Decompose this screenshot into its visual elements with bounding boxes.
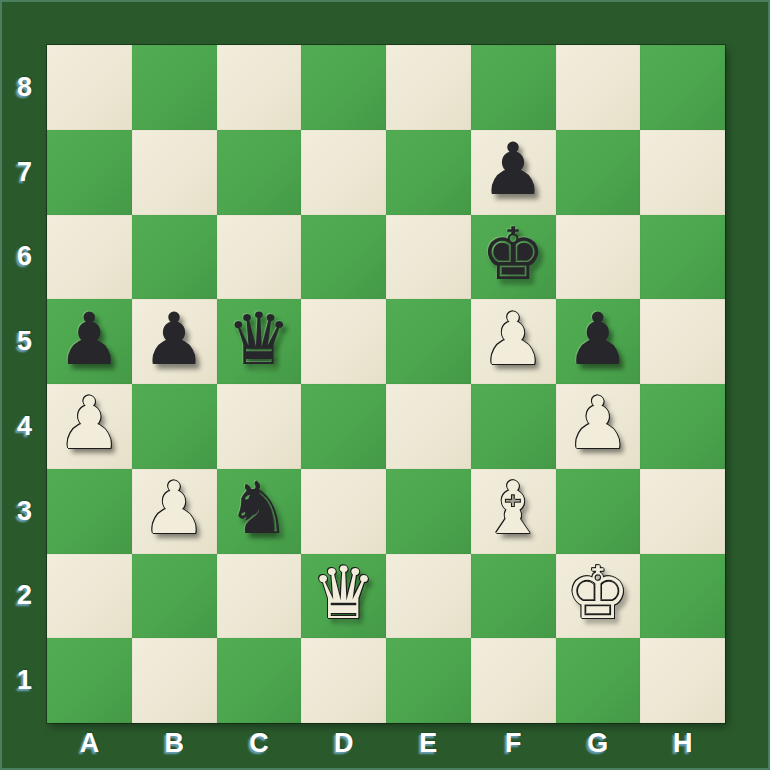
rank-label-4: 4 [2,384,47,469]
file-label-f: F [471,721,556,765]
file-label-h: H [640,721,725,765]
square-c8[interactable] [217,45,302,130]
square-h7[interactable] [640,130,725,215]
square-b1[interactable] [132,638,217,723]
file-label-e: E [386,721,471,765]
rank-labels: 87654321 [2,45,47,723]
rank-label-7: 7 [2,130,47,215]
square-a7[interactable] [47,130,132,215]
square-f4[interactable] [471,384,556,469]
square-c5[interactable]: ♛ [217,299,302,384]
rank-label-1: 1 [2,638,47,723]
square-b3[interactable]: ♟ [132,469,217,554]
square-h5[interactable] [640,299,725,384]
square-a1[interactable] [47,638,132,723]
square-e2[interactable] [386,554,471,639]
square-c3[interactable]: ♞ [217,469,302,554]
square-a2[interactable] [47,554,132,639]
square-c1[interactable] [217,638,302,723]
square-d7[interactable] [301,130,386,215]
square-f5[interactable]: ♟ [471,299,556,384]
rank-label-8: 8 [2,45,47,130]
file-labels: ABCDEFGH [47,721,725,765]
piece-black-queen[interactable]: ♛ [227,303,292,375]
piece-black-pawn[interactable]: ♟ [566,303,631,375]
file-label-b: B [132,721,217,765]
square-d5[interactable] [301,299,386,384]
square-g8[interactable] [556,45,641,130]
square-c4[interactable] [217,384,302,469]
square-g4[interactable]: ♟ [556,384,641,469]
square-d2[interactable]: ♛ [301,554,386,639]
square-b2[interactable] [132,554,217,639]
piece-black-knight[interactable]: ♞ [227,472,292,544]
file-label-a: A [47,721,132,765]
square-e7[interactable] [386,130,471,215]
rank-label-5: 5 [2,299,47,384]
square-e3[interactable] [386,469,471,554]
square-g5[interactable]: ♟ [556,299,641,384]
square-b8[interactable] [132,45,217,130]
piece-black-king[interactable]: ♚ [481,218,546,290]
square-h4[interactable] [640,384,725,469]
file-label-c: C [217,721,302,765]
file-label-g: G [556,721,641,765]
square-a8[interactable] [47,45,132,130]
square-b4[interactable] [132,384,217,469]
square-g1[interactable] [556,638,641,723]
square-c6[interactable] [217,215,302,300]
board-frame: ♟♚♟♟♛♟♟♟♟♟♞♝♛♚ 87654321 ABCDEFGH [0,0,770,770]
square-b5[interactable]: ♟ [132,299,217,384]
square-a5[interactable]: ♟ [47,299,132,384]
piece-black-pawn[interactable]: ♟ [142,303,207,375]
square-d1[interactable] [301,638,386,723]
piece-white-king[interactable]: ♚ [566,557,631,629]
rank-label-3: 3 [2,469,47,554]
square-f6[interactable]: ♚ [471,215,556,300]
square-b7[interactable] [132,130,217,215]
piece-white-pawn[interactable]: ♟ [57,387,122,459]
square-f2[interactable] [471,554,556,639]
rank-label-2: 2 [2,554,47,639]
square-h3[interactable] [640,469,725,554]
chess-board: ♟♚♟♟♛♟♟♟♟♟♞♝♛♚ [47,45,725,723]
square-d8[interactable] [301,45,386,130]
piece-white-pawn[interactable]: ♟ [566,387,631,459]
square-e6[interactable] [386,215,471,300]
square-c7[interactable] [217,130,302,215]
square-a4[interactable]: ♟ [47,384,132,469]
square-e8[interactable] [386,45,471,130]
square-h1[interactable] [640,638,725,723]
square-e5[interactable] [386,299,471,384]
piece-black-pawn[interactable]: ♟ [57,303,122,375]
square-d6[interactable] [301,215,386,300]
square-h6[interactable] [640,215,725,300]
square-e4[interactable] [386,384,471,469]
square-c2[interactable] [217,554,302,639]
square-g3[interactable] [556,469,641,554]
file-label-d: D [301,721,386,765]
square-d3[interactable] [301,469,386,554]
square-h2[interactable] [640,554,725,639]
square-f8[interactable] [471,45,556,130]
square-d4[interactable] [301,384,386,469]
square-g2[interactable]: ♚ [556,554,641,639]
square-a6[interactable] [47,215,132,300]
piece-white-bishop[interactable]: ♝ [481,472,546,544]
piece-white-pawn[interactable]: ♟ [481,303,546,375]
square-g7[interactable] [556,130,641,215]
rank-label-6: 6 [2,215,47,300]
square-e1[interactable] [386,638,471,723]
square-f3[interactable]: ♝ [471,469,556,554]
square-h8[interactable] [640,45,725,130]
piece-black-pawn[interactable]: ♟ [481,133,546,205]
square-a3[interactable] [47,469,132,554]
square-b6[interactable] [132,215,217,300]
square-f7[interactable]: ♟ [471,130,556,215]
piece-white-queen[interactable]: ♛ [311,557,376,629]
square-f1[interactable] [471,638,556,723]
square-g6[interactable] [556,215,641,300]
piece-white-pawn[interactable]: ♟ [142,472,207,544]
